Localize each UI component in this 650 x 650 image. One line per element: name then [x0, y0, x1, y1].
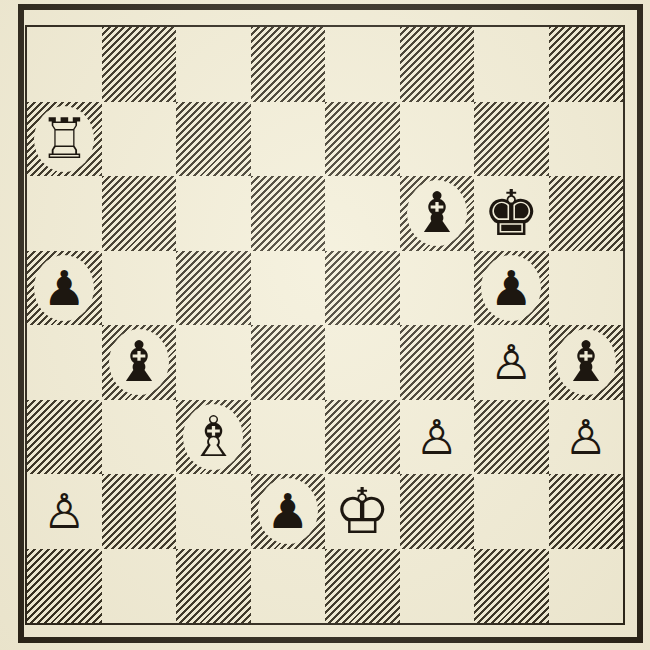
square-b5 [102, 251, 177, 326]
square-e6 [325, 176, 400, 251]
square-g1 [474, 549, 549, 624]
square-f4 [400, 325, 475, 400]
square-a8 [27, 27, 102, 102]
square-b1 [102, 549, 177, 624]
square-f2 [400, 474, 475, 549]
white-bishop-piece: ♗ [188, 409, 238, 465]
square-h4: ♝ [549, 325, 624, 400]
white-rook-piece: ♖ [39, 111, 89, 167]
square-g5: ♟ [474, 251, 549, 326]
square-e2: ♔ [325, 474, 400, 549]
square-a4 [27, 325, 102, 400]
black-bishop-piece: ♝ [412, 185, 462, 241]
square-f8 [400, 27, 475, 102]
square-b6 [102, 176, 177, 251]
square-h7 [549, 102, 624, 177]
square-e4 [325, 325, 400, 400]
black-king-piece: ♚ [483, 182, 539, 245]
square-c1 [176, 549, 251, 624]
square-f1 [400, 549, 475, 624]
white-pawn-piece: ♙ [415, 413, 458, 461]
square-e5 [325, 251, 400, 326]
square-d6 [251, 176, 326, 251]
chess-board: ♖ ♝ ♚ ♟ ♟ ♝ ♙ ♝ ♗ ♙ ♙ ♙ ♟ ♔ [25, 25, 625, 625]
square-c8 [176, 27, 251, 102]
square-c6 [176, 176, 251, 251]
white-pawn-piece: ♙ [43, 487, 86, 535]
square-c5 [176, 251, 251, 326]
square-d3 [251, 400, 326, 475]
white-pawn-piece: ♙ [564, 413, 607, 461]
square-a3 [27, 400, 102, 475]
square-b4: ♝ [102, 325, 177, 400]
square-h3: ♙ [549, 400, 624, 475]
square-c7 [176, 102, 251, 177]
square-c3: ♗ [176, 400, 251, 475]
square-g7 [474, 102, 549, 177]
square-b3 [102, 400, 177, 475]
white-king-piece: ♔ [334, 480, 390, 543]
square-a7: ♖ [27, 102, 102, 177]
square-h8 [549, 27, 624, 102]
square-c2 [176, 474, 251, 549]
square-e3 [325, 400, 400, 475]
black-pawn-piece: ♟ [266, 487, 309, 535]
square-f6: ♝ [400, 176, 475, 251]
square-g3 [474, 400, 549, 475]
square-a6 [27, 176, 102, 251]
square-e7 [325, 102, 400, 177]
square-f5 [400, 251, 475, 326]
black-bishop-piece: ♝ [561, 334, 611, 390]
square-g2 [474, 474, 549, 549]
square-d1 [251, 549, 326, 624]
square-h6 [549, 176, 624, 251]
square-h2 [549, 474, 624, 549]
square-g6: ♚ [474, 176, 549, 251]
square-b8 [102, 27, 177, 102]
square-h1 [549, 549, 624, 624]
black-bishop-piece: ♝ [114, 334, 164, 390]
square-d5 [251, 251, 326, 326]
square-d4 [251, 325, 326, 400]
black-pawn-piece: ♟ [490, 264, 533, 312]
square-f7 [400, 102, 475, 177]
square-a1 [27, 549, 102, 624]
square-f3: ♙ [400, 400, 475, 475]
square-g4: ♙ [474, 325, 549, 400]
square-g8 [474, 27, 549, 102]
white-pawn-piece: ♙ [490, 338, 533, 386]
square-d2: ♟ [251, 474, 326, 549]
black-pawn-piece: ♟ [43, 264, 86, 312]
square-a5: ♟ [27, 251, 102, 326]
square-b7 [102, 102, 177, 177]
square-c4 [176, 325, 251, 400]
square-b2 [102, 474, 177, 549]
square-d7 [251, 102, 326, 177]
square-d8 [251, 27, 326, 102]
square-e1 [325, 549, 400, 624]
square-a2: ♙ [27, 474, 102, 549]
square-h5 [549, 251, 624, 326]
square-e8 [325, 27, 400, 102]
